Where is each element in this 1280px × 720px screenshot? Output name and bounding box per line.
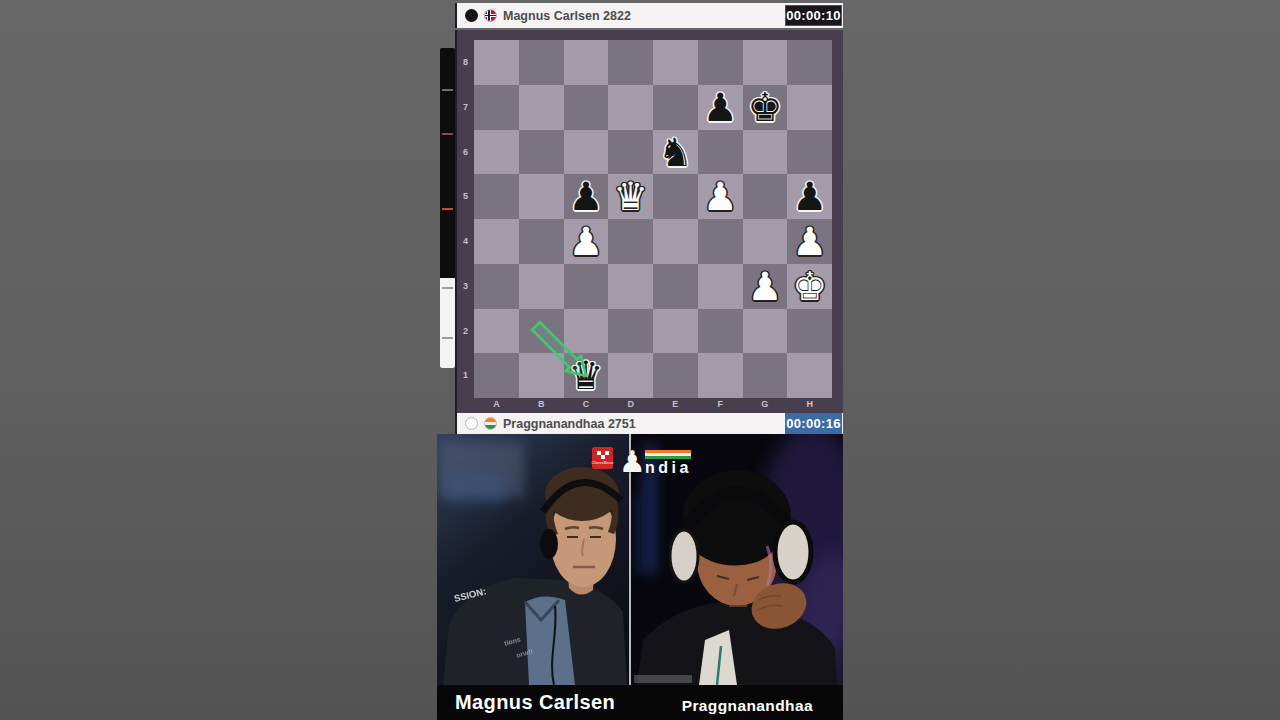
white-side-disc-icon (465, 417, 478, 430)
eval-tick (442, 337, 453, 339)
square-e5[interactable] (653, 174, 698, 219)
black-king-g7[interactable]: ♚ (743, 85, 788, 130)
white-pawn-c4[interactable]: ♟ (564, 219, 609, 264)
white-king-h3[interactable]: ♚ (787, 264, 832, 309)
square-e7[interactable] (653, 85, 698, 130)
square-h1[interactable] (787, 353, 832, 398)
india-tricolor-icon (645, 450, 691, 459)
rank-label-4: 4 (457, 219, 474, 264)
square-f4[interactable] (698, 219, 743, 264)
square-e2[interactable] (653, 309, 698, 354)
square-b5[interactable] (519, 174, 564, 219)
black-queen-c1[interactable]: ♛ (564, 353, 609, 398)
file-label-e: E (653, 399, 698, 409)
square-f8[interactable] (698, 40, 743, 85)
square-b3[interactable] (519, 264, 564, 309)
square-a2[interactable] (474, 309, 519, 354)
file-label-d: D (608, 399, 653, 409)
bottom-player-clock-active: 00:00:16 (785, 413, 842, 434)
right-player-caption: Praggnanandhaa (682, 697, 813, 715)
square-c6[interactable] (564, 130, 609, 175)
square-c7[interactable] (564, 85, 609, 130)
square-f3[interactable] (698, 264, 743, 309)
chess-board: ♟♚♞♟♛♟♟♟♟♟♚♛ 87654321 ABCDEFGH (455, 30, 843, 413)
square-f1[interactable] (698, 353, 743, 398)
square-d7[interactable] (608, 85, 653, 130)
square-d6[interactable] (608, 130, 653, 175)
square-b6[interactable] (519, 130, 564, 175)
square-d3[interactable] (608, 264, 653, 309)
rank-label-7: 7 (457, 85, 474, 130)
black-pawn-h5[interactable]: ♟ (787, 174, 832, 219)
eval-tick (442, 89, 453, 91)
left-player-caption: Magnus Carlsen (455, 691, 615, 714)
square-g5[interactable] (743, 174, 788, 219)
white-pawn-g3[interactable]: ♟ (743, 264, 788, 309)
evaluation-bar (440, 48, 455, 368)
carlsen-headphone-cup (540, 529, 558, 559)
screenshot-root: Magnus Carlsen 2822 00:00:10 ♟♚♞♟♛♟♟♟♟♟♚… (0, 0, 1280, 720)
india-flag-icon (484, 417, 497, 430)
black-pawn-c5[interactable]: ♟ (564, 174, 609, 219)
bottom-player-name: Praggnanandhaa 2751 (503, 417, 636, 431)
rank-label-8: 8 (457, 40, 474, 85)
square-h6[interactable] (787, 130, 832, 175)
square-h2[interactable] (787, 309, 832, 354)
square-a5[interactable] (474, 174, 519, 219)
black-knight-e6[interactable]: ♞ (653, 130, 698, 175)
file-label-c: C (564, 399, 609, 409)
square-g6[interactable] (743, 130, 788, 175)
eval-tick (442, 287, 453, 289)
bottom-player-bar: Praggnanandhaa 2751 00:00:16 (455, 413, 843, 434)
square-b7[interactable] (519, 85, 564, 130)
file-label-a: A (474, 399, 519, 409)
square-c8[interactable] (564, 40, 609, 85)
square-d8[interactable] (608, 40, 653, 85)
file-label-b: B (519, 399, 564, 409)
square-b1[interactable] (519, 353, 564, 398)
pragg-headphone-cup-left (670, 530, 698, 582)
square-g4[interactable] (743, 219, 788, 264)
square-e1[interactable] (653, 353, 698, 398)
white-pawn-f5[interactable]: ♟ (698, 174, 743, 219)
square-e8[interactable] (653, 40, 698, 85)
file-label-g: G (743, 399, 788, 409)
black-side-disc-icon (465, 9, 478, 22)
eval-tick (442, 133, 453, 135)
chessbase-india-logo: ChessBase ♟ ndia (592, 444, 732, 488)
square-a3[interactable] (474, 264, 519, 309)
rank-label-3: 3 (457, 264, 474, 309)
square-d4[interactable] (608, 219, 653, 264)
eval-tick-midpoint (442, 208, 453, 210)
file-label-h: H (787, 399, 832, 409)
square-a8[interactable] (474, 40, 519, 85)
square-g2[interactable] (743, 309, 788, 354)
rank-label-1: 1 (457, 353, 474, 398)
square-d1[interactable] (608, 353, 653, 398)
chessbase-logo-text: ChessBase (591, 460, 613, 465)
norway-flag-icon (484, 9, 497, 22)
square-g8[interactable] (743, 40, 788, 85)
top-player-clock: 00:00:10 (785, 5, 842, 26)
webcam-caption-strip (634, 675, 692, 683)
square-f6[interactable] (698, 130, 743, 175)
top-player-bar: Magnus Carlsen 2822 00:00:10 (455, 3, 843, 28)
square-b8[interactable] (519, 40, 564, 85)
rank-label-2: 2 (457, 309, 474, 354)
square-h8[interactable] (787, 40, 832, 85)
square-f2[interactable] (698, 309, 743, 354)
chessbase-logo-icon: ChessBase (592, 447, 613, 469)
black-pawn-f7[interactable]: ♟ (698, 85, 743, 130)
white-queen-d5[interactable]: ♛ (608, 174, 653, 219)
file-label-f: F (698, 399, 743, 409)
square-h7[interactable] (787, 85, 832, 130)
pragg-headphone-cup-right (775, 522, 811, 582)
square-a1[interactable] (474, 353, 519, 398)
rank-label-5: 5 (457, 174, 474, 219)
square-b2[interactable] (519, 309, 564, 354)
square-c3[interactable] (564, 264, 609, 309)
square-e4[interactable] (653, 219, 698, 264)
chessboard-pattern-icon (597, 451, 609, 459)
square-d2[interactable] (608, 309, 653, 354)
evaluation-bar-white-share (440, 278, 455, 368)
square-c2[interactable] (564, 309, 609, 354)
square-b4[interactable] (519, 219, 564, 264)
india-logo-text: ndia (645, 459, 692, 476)
pawn-icon: ♟ (619, 444, 646, 480)
square-a4[interactable] (474, 219, 519, 264)
top-player-name: Magnus Carlsen 2822 (503, 9, 631, 23)
square-g1[interactable] (743, 353, 788, 398)
board-grid: ♟♚♞♟♛♟♟♟♟♟♚♛ (474, 40, 832, 398)
square-e3[interactable] (653, 264, 698, 309)
names-bar: Magnus Carlsen Praggnanandhaa (437, 685, 843, 720)
square-a6[interactable] (474, 130, 519, 175)
square-a7[interactable] (474, 85, 519, 130)
white-pawn-h4[interactable]: ♟ (787, 219, 832, 264)
rank-label-6: 6 (457, 130, 474, 175)
